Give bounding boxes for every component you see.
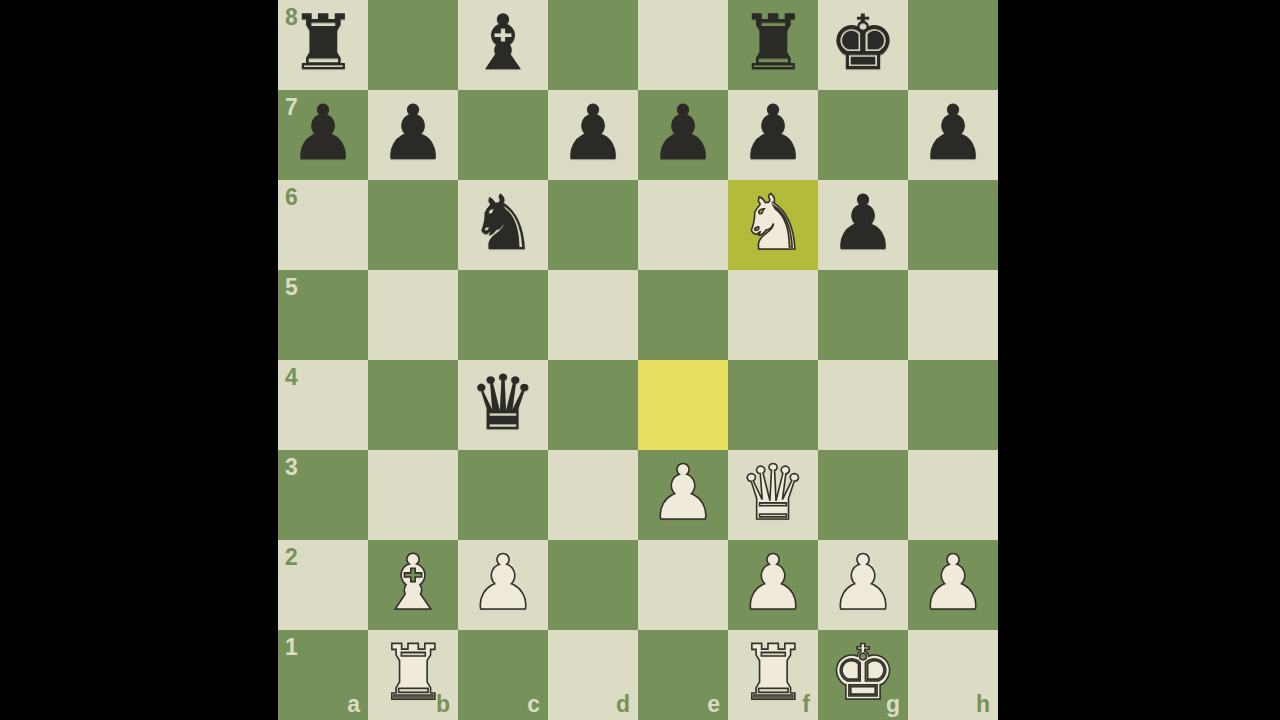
file-label-h: h (976, 693, 990, 716)
piece-white-queen[interactable]: ♛ (739, 448, 807, 538)
square-a2[interactable]: 2 (278, 540, 368, 630)
square-b2[interactable]: ♝ (368, 540, 458, 630)
square-b5[interactable] (368, 270, 458, 360)
square-h2[interactable]: ♟ (908, 540, 998, 630)
square-f7[interactable]: ♟ (728, 90, 818, 180)
file-label-d: d (616, 693, 630, 716)
square-a8[interactable]: 8♜ (278, 0, 368, 90)
square-a6[interactable]: 6 (278, 180, 368, 270)
square-g6[interactable]: ♟ (818, 180, 908, 270)
square-c8[interactable]: ♝ (458, 0, 548, 90)
square-h8[interactable] (908, 0, 998, 90)
square-e8[interactable] (638, 0, 728, 90)
square-e1[interactable]: e (638, 630, 728, 720)
square-b8[interactable] (368, 0, 458, 90)
piece-white-pawn[interactable]: ♟ (739, 538, 807, 628)
square-d5[interactable] (548, 270, 638, 360)
square-c7[interactable] (458, 90, 548, 180)
square-b3[interactable] (368, 450, 458, 540)
piece-white-pawn[interactable]: ♟ (649, 448, 717, 538)
square-d8[interactable] (548, 0, 638, 90)
square-c1[interactable]: c (458, 630, 548, 720)
square-e6[interactable] (638, 180, 728, 270)
square-g5[interactable] (818, 270, 908, 360)
square-e5[interactable] (638, 270, 728, 360)
square-a4[interactable]: 4 (278, 360, 368, 450)
piece-black-pawn[interactable]: ♟ (919, 88, 987, 178)
piece-white-knight[interactable]: ♞ (739, 178, 807, 268)
square-d4[interactable] (548, 360, 638, 450)
rank-label-1: 1 (285, 636, 298, 659)
square-d3[interactable] (548, 450, 638, 540)
square-h4[interactable] (908, 360, 998, 450)
square-f6[interactable]: ♞ (728, 180, 818, 270)
square-h1[interactable]: h (908, 630, 998, 720)
square-b6[interactable] (368, 180, 458, 270)
square-c3[interactable] (458, 450, 548, 540)
square-e4[interactable] (638, 360, 728, 450)
rank-label-3: 3 (285, 456, 298, 479)
square-a7[interactable]: 7♟ (278, 90, 368, 180)
square-c5[interactable] (458, 270, 548, 360)
piece-black-queen[interactable]: ♛ (469, 358, 537, 448)
square-g8[interactable]: ♚ (818, 0, 908, 90)
piece-black-pawn[interactable]: ♟ (829, 178, 897, 268)
square-f1[interactable]: f♜ (728, 630, 818, 720)
piece-white-pawn[interactable]: ♟ (829, 538, 897, 628)
square-a3[interactable]: 3 (278, 450, 368, 540)
square-e3[interactable]: ♟ (638, 450, 728, 540)
square-h6[interactable] (908, 180, 998, 270)
piece-white-bishop[interactable]: ♝ (379, 538, 447, 628)
square-a1[interactable]: 1a (278, 630, 368, 720)
file-label-e: e (707, 693, 720, 716)
square-c6[interactable]: ♞ (458, 180, 548, 270)
file-label-c: c (527, 693, 540, 716)
square-h5[interactable] (908, 270, 998, 360)
piece-black-pawn[interactable]: ♟ (289, 88, 357, 178)
square-g2[interactable]: ♟ (818, 540, 908, 630)
square-b4[interactable] (368, 360, 458, 450)
square-e2[interactable] (638, 540, 728, 630)
square-b7[interactable]: ♟ (368, 90, 458, 180)
piece-white-rook[interactable]: ♜ (739, 628, 807, 718)
rank-label-4: 4 (285, 366, 298, 389)
square-f8[interactable]: ♜ (728, 0, 818, 90)
square-e7[interactable]: ♟ (638, 90, 728, 180)
square-d1[interactable]: d (548, 630, 638, 720)
square-f3[interactable]: ♛ (728, 450, 818, 540)
square-c4[interactable]: ♛ (458, 360, 548, 450)
piece-white-king[interactable]: ♚ (829, 628, 897, 718)
rank-label-6: 6 (285, 186, 298, 209)
square-a5[interactable]: 5 (278, 270, 368, 360)
square-h3[interactable] (908, 450, 998, 540)
chess-board: 8♜♝♜♚7♟♟♟♟♟♟6♞♞♟54♛3♟♛2♝♟♟♟♟1ab♜cdef♜g♚h (278, 0, 998, 720)
piece-white-pawn[interactable]: ♟ (469, 538, 537, 628)
piece-white-rook[interactable]: ♜ (379, 628, 447, 718)
file-label-a: a (347, 693, 360, 716)
piece-black-king[interactable]: ♚ (829, 0, 897, 88)
square-b1[interactable]: b♜ (368, 630, 458, 720)
square-g7[interactable] (818, 90, 908, 180)
square-g1[interactable]: g♚ (818, 630, 908, 720)
square-f2[interactable]: ♟ (728, 540, 818, 630)
piece-black-bishop[interactable]: ♝ (469, 0, 537, 88)
piece-black-pawn[interactable]: ♟ (379, 88, 447, 178)
piece-black-rook[interactable]: ♜ (289, 0, 357, 88)
square-d2[interactable] (548, 540, 638, 630)
piece-white-pawn[interactable]: ♟ (919, 538, 987, 628)
square-f4[interactable] (728, 360, 818, 450)
piece-black-pawn[interactable]: ♟ (739, 88, 807, 178)
square-c2[interactable]: ♟ (458, 540, 548, 630)
square-g4[interactable] (818, 360, 908, 450)
rank-label-2: 2 (285, 546, 298, 569)
piece-black-rook[interactable]: ♜ (739, 0, 807, 88)
piece-black-pawn[interactable]: ♟ (649, 88, 717, 178)
piece-black-knight[interactable]: ♞ (469, 178, 537, 268)
square-d7[interactable]: ♟ (548, 90, 638, 180)
square-g3[interactable] (818, 450, 908, 540)
piece-black-pawn[interactable]: ♟ (559, 88, 627, 178)
square-h7[interactable]: ♟ (908, 90, 998, 180)
square-f5[interactable] (728, 270, 818, 360)
rank-label-5: 5 (285, 276, 298, 299)
video-frame: 8♜♝♜♚7♟♟♟♟♟♟6♞♞♟54♛3♟♛2♝♟♟♟♟1ab♜cdef♜g♚h (0, 0, 1280, 720)
square-d6[interactable] (548, 180, 638, 270)
